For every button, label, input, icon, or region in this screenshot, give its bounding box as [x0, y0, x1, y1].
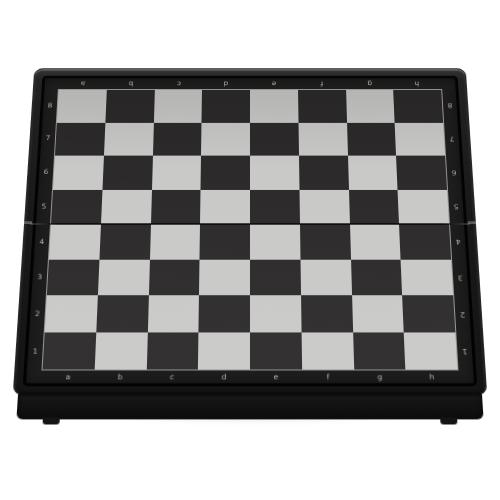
square-c2 [147, 295, 199, 332]
square-h5 [398, 189, 449, 224]
board-surface: abcdefgh abcdefgh 87654321 87654321 [26, 78, 474, 383]
square-h4 [399, 224, 451, 259]
square-d6 [201, 156, 250, 190]
square-b4 [99, 224, 150, 259]
square-a2 [45, 295, 98, 332]
square-f2 [301, 295, 353, 332]
square-g1 [353, 332, 406, 370]
square-a6 [53, 156, 104, 190]
board-foot-left [43, 417, 60, 424]
square-a7 [55, 122, 105, 155]
coordinate-label: 5 [448, 189, 464, 224]
frame-side-face [16, 393, 483, 419]
square-c3 [148, 259, 199, 295]
square-f3 [300, 259, 351, 295]
square-f8 [298, 90, 347, 123]
square-h7 [395, 122, 445, 155]
square-g3 [351, 259, 403, 295]
coordinate-label: g [354, 370, 406, 383]
square-e6 [250, 156, 299, 190]
square-c1 [146, 332, 198, 370]
coordinate-label: c [154, 78, 202, 89]
board-frame: abcdefgh abcdefgh 87654321 87654321 [13, 68, 488, 395]
square-e3 [250, 259, 301, 295]
square-c5 [151, 189, 201, 224]
square-b2 [96, 295, 148, 332]
chessboard: abcdefgh abcdefgh 87654321 87654321 [11, 68, 489, 423]
coordinate-label: h [406, 370, 459, 383]
coordinate-label: d [202, 78, 250, 89]
square-g8 [346, 90, 395, 123]
square-c4 [149, 224, 200, 259]
coordinate-label: 4 [450, 224, 466, 259]
hinge-notch-left [24, 221, 32, 224]
coordinate-label: c [146, 370, 198, 383]
square-a1 [43, 332, 96, 370]
square-a8 [57, 90, 107, 123]
coordinate-label: h [393, 78, 441, 89]
coordinate-label: 8 [442, 89, 457, 122]
square-e5 [250, 189, 300, 224]
square-a5 [51, 189, 102, 224]
board-foot-right [440, 417, 457, 424]
coordinate-label: e [250, 78, 298, 89]
square-d8 [202, 90, 250, 123]
playing-field-border [41, 89, 458, 370]
square-e7 [250, 122, 299, 155]
coordinate-label: g [345, 78, 393, 89]
square-e4 [250, 224, 300, 259]
square-h8 [393, 90, 443, 123]
coordinate-label: f [302, 370, 354, 383]
coordinate-label: d [198, 370, 250, 383]
square-h1 [404, 332, 457, 370]
coordinate-label: b [94, 370, 146, 383]
square-d4 [200, 224, 250, 259]
square-c7 [152, 122, 201, 155]
square-a4 [49, 224, 101, 259]
square-f1 [301, 332, 353, 370]
square-g2 [352, 295, 404, 332]
coordinate-label: 7 [444, 122, 460, 155]
coordinate-label: a [42, 370, 95, 383]
fold-hinge-seam [30, 223, 470, 225]
square-g6 [348, 156, 398, 190]
square-g5 [348, 189, 399, 224]
square-b5 [101, 189, 152, 224]
square-e2 [250, 295, 301, 332]
square-h6 [396, 156, 447, 190]
coordinate-label: 3 [452, 259, 468, 295]
square-d2 [199, 295, 250, 332]
square-f7 [298, 122, 347, 155]
coordinate-label: b [107, 78, 155, 89]
coordinate-label: f [298, 78, 346, 89]
square-d5 [200, 189, 250, 224]
square-d7 [201, 122, 250, 155]
square-c6 [152, 156, 202, 190]
hinge-notch-right [468, 221, 476, 224]
coordinate-label: 2 [454, 296, 471, 333]
square-b6 [102, 156, 152, 190]
coordinate-label: 6 [446, 155, 462, 189]
square-a3 [47, 259, 99, 295]
square-b7 [104, 122, 154, 155]
square-b1 [94, 332, 147, 370]
square-e8 [250, 90, 298, 123]
square-h3 [401, 259, 453, 295]
coordinate-label: e [250, 370, 302, 383]
coordinates-top: abcdefgh [59, 78, 441, 89]
square-f6 [299, 156, 349, 190]
square-g4 [350, 224, 401, 259]
product-photo-background: abcdefgh abcdefgh 87654321 87654321 [0, 0, 500, 500]
square-g7 [347, 122, 397, 155]
square-b8 [105, 90, 154, 123]
coordinates-bottom: abcdefgh [42, 370, 458, 383]
square-d1 [198, 332, 250, 370]
coordinate-label: 1 [456, 333, 473, 371]
square-e1 [250, 332, 302, 370]
square-h2 [402, 295, 455, 332]
square-f4 [300, 224, 351, 259]
square-f5 [299, 189, 349, 224]
board-grid [43, 90, 458, 370]
square-b3 [98, 259, 150, 295]
square-c8 [153, 90, 202, 123]
square-d3 [199, 259, 250, 295]
coordinate-label: a [59, 78, 107, 89]
